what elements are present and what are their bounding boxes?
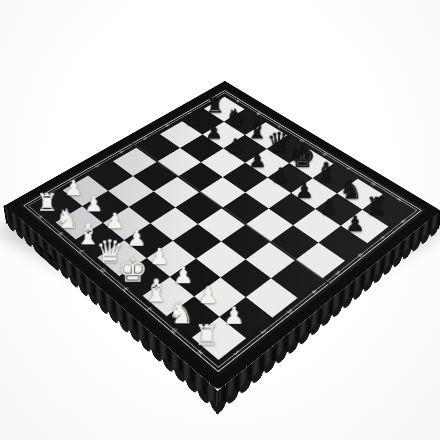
piece-black-pawn[interactable]: ♟ <box>295 181 314 202</box>
piece-black-rook[interactable]: ♜ <box>365 194 387 218</box>
square-f4[interactable] <box>221 225 270 260</box>
piece-black-pawn[interactable]: ♟ <box>205 123 222 142</box>
chess-board: ABCDEFGH ABCDEFGH 87654321 87654321 ♜♞♝♛… <box>19 88 426 376</box>
piece-white-pawn[interactable]: ♟ <box>149 246 169 268</box>
folding-case: ABCDEFGH ABCDEFGH 87654321 87654321 ♜♞♝♛… <box>5 81 440 391</box>
piece-white-pawn[interactable]: ♟ <box>197 284 218 307</box>
piece-white-pawn[interactable]: ♟ <box>64 178 83 199</box>
clasp-latch[interactable] <box>34 240 56 270</box>
product-photo-background: ABCDEFGH ABCDEFGH 87654321 87654321 ♜♞♝♛… <box>0 0 440 440</box>
piece-black-pawn[interactable]: ♟ <box>271 166 289 186</box>
piece-white-bishop[interactable]: ♝ <box>142 276 170 307</box>
piece-white-rook[interactable]: ♜ <box>194 321 219 349</box>
piece-black-bishop[interactable]: ♝ <box>314 159 338 186</box>
piece-black-knight[interactable]: ♞ <box>225 106 246 129</box>
piece-black-knight[interactable]: ♞ <box>339 177 362 203</box>
scene: ABCDEFGH ABCDEFGH 87654321 87654321 ♜♞♝♛… <box>0 0 440 440</box>
piece-white-knight[interactable]: ♞ <box>167 298 194 328</box>
piece-white-pawn[interactable]: ♟ <box>173 264 194 287</box>
piece-black-king[interactable]: ♚ <box>289 142 316 172</box>
piece-black-pawn[interactable]: ♟ <box>248 151 266 171</box>
piece-black-pawn[interactable]: ♟ <box>185 110 202 129</box>
piece-white-pawn[interactable]: ♟ <box>105 211 124 233</box>
piece-black-bishop[interactable]: ♝ <box>245 117 268 143</box>
piece-white-pawn[interactable]: ♟ <box>223 304 245 328</box>
piece-black-pawn[interactable]: ♟ <box>345 213 364 235</box>
piece-white-pawn[interactable]: ♟ <box>126 228 146 250</box>
piece-white-pawn[interactable]: ♟ <box>84 194 103 215</box>
piece-black-queen[interactable]: ♛ <box>266 129 291 157</box>
square-c4[interactable] <box>154 177 200 208</box>
square-d5[interactable] <box>199 177 245 208</box>
piece-black-rook[interactable]: ♜ <box>205 95 224 116</box>
squares-grid: ♜♞♝♛♚♝♞♜♟♟♟♟♟♟♟♟♟♟♟♟♟♟♟♟♜♞♝♛♚♝♞♜ <box>36 97 409 360</box>
piece-black-pawn[interactable]: ♟ <box>226 137 244 157</box>
piece-black-pawn[interactable]: ♟ <box>319 197 338 218</box>
